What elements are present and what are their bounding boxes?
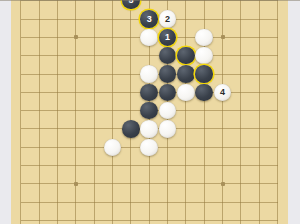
intersection[interactable] bbox=[195, 156, 213, 174]
intersection[interactable] bbox=[158, 83, 176, 101]
intersection[interactable] bbox=[12, 120, 30, 138]
intersection[interactable] bbox=[177, 0, 195, 10]
white-stone bbox=[140, 65, 158, 83]
intersection[interactable] bbox=[177, 175, 195, 193]
intersection[interactable] bbox=[177, 47, 195, 65]
intersection[interactable] bbox=[158, 211, 176, 224]
intersection[interactable] bbox=[67, 102, 85, 120]
intersection[interactable] bbox=[250, 138, 268, 156]
white-stone: 4 bbox=[214, 84, 232, 102]
black-stone-winning: 1 bbox=[159, 29, 177, 47]
black-stone bbox=[177, 65, 195, 83]
intersection[interactable] bbox=[12, 28, 30, 46]
intersection[interactable] bbox=[250, 120, 268, 138]
intersection[interactable] bbox=[140, 102, 158, 120]
intersection[interactable] bbox=[30, 102, 48, 120]
intersection[interactable] bbox=[177, 211, 195, 224]
intersection[interactable] bbox=[85, 83, 103, 101]
intersection[interactable] bbox=[140, 47, 158, 65]
black-stone bbox=[140, 102, 158, 120]
intersection[interactable] bbox=[140, 138, 158, 156]
star-point bbox=[221, 182, 225, 186]
intersection[interactable] bbox=[268, 156, 286, 174]
intersection[interactable] bbox=[195, 10, 213, 28]
intersection[interactable] bbox=[67, 0, 85, 10]
intersection[interactable] bbox=[48, 175, 66, 193]
intersection[interactable] bbox=[48, 28, 66, 46]
intersection[interactable] bbox=[48, 120, 66, 138]
white-stone bbox=[177, 84, 195, 102]
black-stone bbox=[195, 84, 213, 102]
intersection[interactable]: 3 bbox=[140, 10, 158, 28]
intersection[interactable] bbox=[85, 156, 103, 174]
intersection[interactable] bbox=[30, 65, 48, 83]
intersection[interactable] bbox=[213, 65, 231, 83]
white-stone bbox=[140, 29, 158, 47]
white-stone bbox=[159, 120, 177, 138]
intersection[interactable] bbox=[103, 193, 121, 211]
black-stone-winning: 3 bbox=[140, 10, 158, 28]
intersection[interactable] bbox=[232, 10, 250, 28]
intersection[interactable] bbox=[177, 83, 195, 101]
white-stone: 2 bbox=[159, 10, 177, 28]
intersection[interactable] bbox=[122, 193, 140, 211]
intersection[interactable] bbox=[67, 156, 85, 174]
intersection[interactable] bbox=[103, 28, 121, 46]
intersection[interactable] bbox=[67, 175, 85, 193]
intersection[interactable] bbox=[268, 65, 286, 83]
intersection[interactable] bbox=[213, 175, 231, 193]
intersection[interactable] bbox=[177, 102, 195, 120]
intersection[interactable] bbox=[232, 65, 250, 83]
intersection[interactable] bbox=[268, 102, 286, 120]
white-stone bbox=[140, 139, 158, 157]
intersection[interactable] bbox=[30, 10, 48, 28]
intersection[interactable] bbox=[250, 83, 268, 101]
intersection[interactable] bbox=[103, 102, 121, 120]
intersection[interactable] bbox=[268, 193, 286, 211]
intersection[interactable] bbox=[85, 28, 103, 46]
intersection[interactable] bbox=[195, 175, 213, 193]
intersection[interactable] bbox=[122, 120, 140, 138]
intersection[interactable] bbox=[140, 175, 158, 193]
intersection[interactable] bbox=[268, 10, 286, 28]
intersection[interactable] bbox=[12, 102, 30, 120]
intersection[interactable] bbox=[67, 138, 85, 156]
intersection[interactable] bbox=[48, 193, 66, 211]
intersection[interactable]: 5 bbox=[122, 0, 140, 10]
intersection[interactable] bbox=[48, 102, 66, 120]
white-stone bbox=[195, 47, 213, 65]
intersection[interactable] bbox=[103, 120, 121, 138]
intersection[interactable]: 2 bbox=[158, 10, 176, 28]
intersection[interactable] bbox=[12, 211, 30, 224]
intersection[interactable] bbox=[213, 156, 231, 174]
intersection[interactable] bbox=[250, 28, 268, 46]
intersection[interactable] bbox=[250, 10, 268, 28]
intersection[interactable] bbox=[213, 28, 231, 46]
board-grid: 53214 bbox=[12, 0, 287, 224]
intersection[interactable] bbox=[140, 156, 158, 174]
intersection[interactable] bbox=[213, 0, 231, 10]
intersection[interactable] bbox=[250, 211, 268, 224]
intersection[interactable] bbox=[48, 211, 66, 224]
intersection[interactable] bbox=[268, 138, 286, 156]
intersection[interactable] bbox=[195, 193, 213, 211]
intersection[interactable] bbox=[195, 28, 213, 46]
intersection[interactable] bbox=[85, 10, 103, 28]
intersection[interactable] bbox=[122, 47, 140, 65]
intersection[interactable] bbox=[140, 28, 158, 46]
intersection[interactable] bbox=[140, 193, 158, 211]
black-stone bbox=[159, 84, 177, 102]
intersection[interactable] bbox=[177, 156, 195, 174]
intersection[interactable] bbox=[67, 193, 85, 211]
intersection[interactable] bbox=[30, 83, 48, 101]
intersection[interactable] bbox=[48, 156, 66, 174]
intersection[interactable] bbox=[103, 156, 121, 174]
intersection[interactable] bbox=[48, 65, 66, 83]
intersection[interactable] bbox=[232, 47, 250, 65]
intersection[interactable]: 1 bbox=[158, 28, 176, 46]
intersection[interactable] bbox=[12, 65, 30, 83]
move-number-label: 4 bbox=[220, 88, 225, 97]
intersection[interactable] bbox=[30, 193, 48, 211]
intersection[interactable] bbox=[12, 10, 30, 28]
intersection[interactable] bbox=[122, 83, 140, 101]
intersection[interactable] bbox=[30, 47, 48, 65]
intersection[interactable] bbox=[122, 28, 140, 46]
intersection[interactable] bbox=[140, 65, 158, 83]
intersection[interactable] bbox=[103, 138, 121, 156]
intersection[interactable] bbox=[48, 0, 66, 10]
intersection[interactable] bbox=[12, 0, 30, 10]
intersection[interactable] bbox=[250, 193, 268, 211]
intersection[interactable] bbox=[48, 10, 66, 28]
intersection[interactable] bbox=[177, 28, 195, 46]
intersection[interactable] bbox=[12, 138, 30, 156]
intersection[interactable] bbox=[213, 10, 231, 28]
black-stone-winning: 5 bbox=[122, 0, 140, 9]
intersection[interactable] bbox=[30, 28, 48, 46]
move-number-label: 3 bbox=[147, 15, 152, 24]
intersection[interactable] bbox=[213, 193, 231, 211]
intersection[interactable] bbox=[268, 47, 286, 65]
intersection[interactable] bbox=[67, 65, 85, 83]
intersection[interactable] bbox=[85, 211, 103, 224]
star-point bbox=[221, 35, 225, 39]
intersection[interactable] bbox=[140, 83, 158, 101]
intersection[interactable] bbox=[158, 156, 176, 174]
white-stone bbox=[140, 120, 158, 138]
intersection[interactable] bbox=[177, 193, 195, 211]
intersection[interactable] bbox=[103, 47, 121, 65]
intersection[interactable] bbox=[195, 0, 213, 10]
intersection[interactable] bbox=[122, 175, 140, 193]
intersection[interactable] bbox=[12, 47, 30, 65]
intersection[interactable] bbox=[232, 193, 250, 211]
intersection[interactable] bbox=[122, 138, 140, 156]
intersection[interactable] bbox=[85, 175, 103, 193]
star-point bbox=[74, 182, 78, 186]
intersection[interactable] bbox=[48, 83, 66, 101]
intersection[interactable] bbox=[85, 102, 103, 120]
intersection[interactable] bbox=[12, 83, 30, 101]
intersection[interactable] bbox=[158, 65, 176, 83]
star-point bbox=[74, 35, 78, 39]
intersection[interactable] bbox=[30, 120, 48, 138]
intersection[interactable] bbox=[103, 175, 121, 193]
intersection[interactable] bbox=[213, 138, 231, 156]
intersection[interactable] bbox=[12, 193, 30, 211]
intersection[interactable] bbox=[232, 156, 250, 174]
intersection[interactable] bbox=[103, 211, 121, 224]
intersection[interactable] bbox=[122, 211, 140, 224]
intersection[interactable] bbox=[195, 138, 213, 156]
intersection[interactable] bbox=[195, 211, 213, 224]
intersection[interactable] bbox=[195, 65, 213, 83]
intersection[interactable] bbox=[268, 120, 286, 138]
top-edge-line bbox=[0, 0, 300, 1]
intersection[interactable] bbox=[122, 65, 140, 83]
black-stone-winning bbox=[177, 47, 195, 65]
intersection[interactable] bbox=[30, 156, 48, 174]
intersection[interactable] bbox=[232, 211, 250, 224]
black-stone bbox=[122, 120, 140, 138]
black-stone bbox=[159, 65, 177, 83]
intersection[interactable] bbox=[85, 47, 103, 65]
intersection[interactable] bbox=[85, 193, 103, 211]
intersection[interactable] bbox=[177, 10, 195, 28]
intersection[interactable] bbox=[85, 65, 103, 83]
intersection[interactable] bbox=[140, 211, 158, 224]
intersection[interactable] bbox=[195, 47, 213, 65]
intersection[interactable] bbox=[177, 120, 195, 138]
intersection[interactable] bbox=[12, 156, 30, 174]
intersection[interactable] bbox=[30, 138, 48, 156]
intersection[interactable] bbox=[232, 175, 250, 193]
intersection[interactable] bbox=[48, 138, 66, 156]
intersection[interactable] bbox=[158, 47, 176, 65]
intersection[interactable] bbox=[30, 211, 48, 224]
intersection[interactable] bbox=[85, 0, 103, 10]
intersection[interactable] bbox=[85, 138, 103, 156]
intersection[interactable]: 4 bbox=[213, 83, 231, 101]
intersection[interactable] bbox=[250, 156, 268, 174]
intersection[interactable] bbox=[213, 211, 231, 224]
intersection[interactable] bbox=[195, 120, 213, 138]
intersection[interactable] bbox=[268, 211, 286, 224]
intersection[interactable] bbox=[140, 120, 158, 138]
move-number-label: 1 bbox=[165, 33, 170, 42]
intersection[interactable] bbox=[177, 138, 195, 156]
intersection[interactable] bbox=[250, 47, 268, 65]
intersection[interactable] bbox=[195, 102, 213, 120]
intersection[interactable] bbox=[103, 83, 121, 101]
white-stone bbox=[159, 102, 177, 120]
intersection[interactable] bbox=[67, 211, 85, 224]
intersection[interactable] bbox=[67, 47, 85, 65]
gomoku-board[interactable]: 53214 bbox=[11, 0, 288, 224]
intersection[interactable] bbox=[103, 0, 121, 10]
intersection[interactable] bbox=[232, 0, 250, 10]
intersection[interactable] bbox=[67, 83, 85, 101]
intersection[interactable] bbox=[158, 120, 176, 138]
intersection[interactable] bbox=[213, 102, 231, 120]
intersection[interactable] bbox=[140, 0, 158, 10]
black-stone bbox=[159, 47, 177, 65]
intersection[interactable] bbox=[30, 175, 48, 193]
intersection[interactable] bbox=[158, 138, 176, 156]
intersection[interactable] bbox=[158, 102, 176, 120]
intersection[interactable] bbox=[232, 138, 250, 156]
intersection[interactable] bbox=[158, 0, 176, 10]
move-number-label: 2 bbox=[165, 15, 170, 24]
intersection[interactable] bbox=[12, 175, 30, 193]
intersection[interactable] bbox=[67, 28, 85, 46]
intersection[interactable] bbox=[48, 47, 66, 65]
intersection[interactable] bbox=[250, 175, 268, 193]
white-stone bbox=[195, 29, 213, 47]
intersection[interactable] bbox=[268, 28, 286, 46]
intersection[interactable] bbox=[158, 193, 176, 211]
intersection[interactable] bbox=[177, 65, 195, 83]
black-stone-winning bbox=[195, 65, 213, 83]
intersection[interactable] bbox=[195, 83, 213, 101]
intersection[interactable] bbox=[85, 120, 103, 138]
intersection[interactable] bbox=[250, 102, 268, 120]
black-stone bbox=[140, 84, 158, 102]
intersection[interactable] bbox=[268, 83, 286, 101]
intersection[interactable] bbox=[268, 175, 286, 193]
intersection[interactable] bbox=[213, 47, 231, 65]
intersection[interactable] bbox=[232, 102, 250, 120]
white-stone bbox=[104, 139, 122, 157]
intersection[interactable] bbox=[232, 120, 250, 138]
gomoku-app-screen: 53214 bbox=[0, 0, 300, 224]
intersection[interactable] bbox=[103, 65, 121, 83]
intersection[interactable] bbox=[213, 120, 231, 138]
intersection[interactable] bbox=[67, 10, 85, 28]
intersection[interactable] bbox=[122, 156, 140, 174]
intersection[interactable] bbox=[232, 83, 250, 101]
intersection[interactable] bbox=[250, 65, 268, 83]
intersection[interactable] bbox=[122, 10, 140, 28]
intersection[interactable] bbox=[103, 10, 121, 28]
intersection[interactable] bbox=[158, 175, 176, 193]
intersection[interactable] bbox=[30, 0, 48, 10]
intersection[interactable] bbox=[232, 28, 250, 46]
intersection[interactable] bbox=[268, 0, 286, 10]
intersection[interactable] bbox=[67, 120, 85, 138]
intersection[interactable] bbox=[122, 102, 140, 120]
intersection[interactable] bbox=[250, 0, 268, 10]
